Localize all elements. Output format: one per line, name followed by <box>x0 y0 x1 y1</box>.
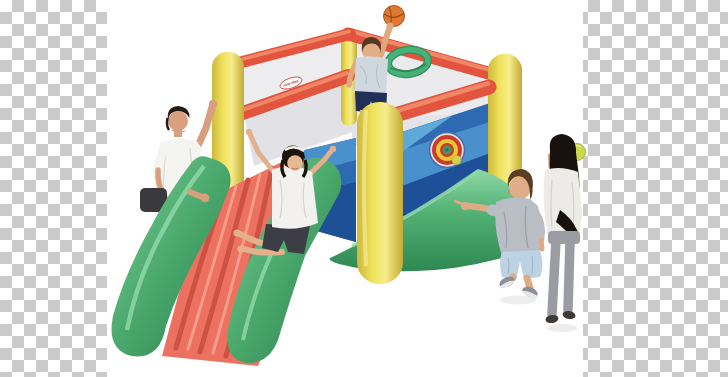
target-ball <box>452 155 461 164</box>
target-board <box>430 133 465 168</box>
png-canvas: little tikes <box>0 0 728 377</box>
